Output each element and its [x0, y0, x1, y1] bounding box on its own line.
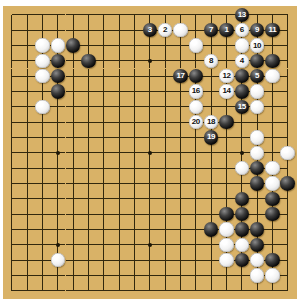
board-intersection[interactable]: [219, 176, 234, 191]
board-intersection[interactable]: [249, 84, 264, 99]
board-intersection[interactable]: [127, 145, 142, 160]
board-intersection[interactable]: [66, 23, 81, 38]
board-intersection[interactable]: [35, 206, 50, 221]
board-intersection[interactable]: [127, 99, 142, 114]
black-stone[interactable]: 9: [250, 23, 265, 38]
board-intersection[interactable]: [157, 176, 172, 191]
board-intersection[interactable]: [157, 84, 172, 99]
white-stone[interactable]: [35, 100, 50, 115]
board-intersection[interactable]: [249, 283, 264, 298]
board-intersection[interactable]: [81, 176, 96, 191]
board-intersection[interactable]: [4, 191, 19, 206]
board-intersection[interactable]: [280, 283, 295, 298]
board-intersection[interactable]: [20, 69, 35, 84]
white-stone[interactable]: [250, 130, 265, 145]
board-intersection[interactable]: [127, 222, 142, 237]
board-intersection[interactable]: [265, 160, 280, 175]
white-stone[interactable]: 14: [219, 84, 234, 99]
board-intersection[interactable]: 14: [219, 84, 234, 99]
board-intersection[interactable]: [203, 222, 218, 237]
black-stone[interactable]: [265, 192, 280, 207]
board-intersection[interactable]: [81, 38, 96, 53]
board-intersection[interactable]: [280, 38, 295, 53]
black-stone[interactable]: [235, 192, 250, 207]
board-intersection[interactable]: [249, 222, 264, 237]
board-intersection[interactable]: [142, 130, 157, 145]
board-intersection[interactable]: [96, 237, 111, 252]
board-intersection[interactable]: [249, 99, 264, 114]
board-intersection[interactable]: [4, 222, 19, 237]
board-intersection[interactable]: [234, 114, 249, 129]
board-intersection[interactable]: [111, 283, 126, 298]
black-stone[interactable]: 3: [143, 23, 158, 38]
board-intersection[interactable]: [280, 160, 295, 175]
board-intersection[interactable]: [111, 23, 126, 38]
white-stone[interactable]: [250, 268, 265, 283]
board-intersection[interactable]: [127, 84, 142, 99]
board-intersection[interactable]: 9: [249, 23, 264, 38]
board-intersection[interactable]: [157, 206, 172, 221]
board-intersection[interactable]: [4, 114, 19, 129]
board-intersection[interactable]: [173, 222, 188, 237]
black-stone[interactable]: [219, 115, 234, 130]
board-intersection[interactable]: [249, 252, 264, 267]
board-intersection[interactable]: [35, 191, 50, 206]
board-intersection[interactable]: [127, 283, 142, 298]
board-intersection[interactable]: [173, 38, 188, 53]
board-intersection[interactable]: [280, 145, 295, 160]
board-intersection[interactable]: [203, 237, 218, 252]
board-intersection[interactable]: [219, 252, 234, 267]
board-intersection[interactable]: [66, 191, 81, 206]
board-intersection[interactable]: [234, 237, 249, 252]
board-intersection[interactable]: [96, 69, 111, 84]
board-intersection[interactable]: [188, 252, 203, 267]
board-intersection[interactable]: [249, 145, 264, 160]
board-intersection[interactable]: [50, 99, 65, 114]
board-intersection[interactable]: [142, 84, 157, 99]
black-stone[interactable]: [265, 253, 280, 268]
board-intersection[interactable]: [127, 7, 142, 22]
board-intersection[interactable]: [66, 145, 81, 160]
board-intersection[interactable]: [4, 268, 19, 283]
board-intersection[interactable]: [20, 176, 35, 191]
black-stone[interactable]: [235, 222, 250, 237]
board-intersection[interactable]: [280, 23, 295, 38]
board-intersection[interactable]: [142, 283, 157, 298]
board-intersection[interactable]: [4, 283, 19, 298]
board-intersection[interactable]: 8: [203, 53, 218, 68]
board-intersection[interactable]: [50, 38, 65, 53]
board-intersection[interactable]: [142, 191, 157, 206]
board-intersection[interactable]: [20, 160, 35, 175]
board-intersection[interactable]: [20, 84, 35, 99]
black-stone[interactable]: 17: [173, 69, 188, 84]
white-stone[interactable]: 8: [204, 54, 219, 69]
board-intersection[interactable]: [81, 237, 96, 252]
board-intersection[interactable]: [142, 237, 157, 252]
board-intersection[interactable]: [203, 145, 218, 160]
white-stone[interactable]: 2: [158, 23, 173, 38]
board-intersection[interactable]: [249, 176, 264, 191]
board-intersection[interactable]: [111, 237, 126, 252]
board-intersection[interactable]: [81, 191, 96, 206]
board-intersection[interactable]: [280, 53, 295, 68]
board-intersection[interactable]: [265, 176, 280, 191]
board-intersection[interactable]: [20, 268, 35, 283]
board-intersection[interactable]: [157, 130, 172, 145]
board-intersection[interactable]: [157, 222, 172, 237]
board-intersection[interactable]: [96, 252, 111, 267]
board-intersection[interactable]: [280, 222, 295, 237]
board-intersection[interactable]: [4, 99, 19, 114]
white-stone[interactable]: 18: [204, 115, 219, 130]
board-intersection[interactable]: [219, 130, 234, 145]
board-intersection[interactable]: 10: [249, 38, 264, 53]
board-intersection[interactable]: [188, 38, 203, 53]
board-intersection[interactable]: [50, 252, 65, 267]
board-intersection[interactable]: [265, 38, 280, 53]
black-stone[interactable]: [250, 238, 265, 253]
board-intersection[interactable]: [265, 206, 280, 221]
board-intersection[interactable]: [157, 7, 172, 22]
black-stone[interactable]: 13: [235, 8, 250, 23]
board-intersection[interactable]: [111, 130, 126, 145]
board-intersection[interactable]: [127, 191, 142, 206]
board-intersection[interactable]: [280, 114, 295, 129]
board-intersection[interactable]: [66, 130, 81, 145]
board-intersection[interactable]: [142, 145, 157, 160]
board-intersection[interactable]: 16: [188, 84, 203, 99]
board-intersection[interactable]: [234, 268, 249, 283]
board-intersection[interactable]: [50, 53, 65, 68]
board-intersection[interactable]: 18: [203, 114, 218, 129]
white-stone[interactable]: [265, 69, 280, 84]
board-intersection[interactable]: [173, 84, 188, 99]
board-intersection[interactable]: [249, 53, 264, 68]
board-intersection[interactable]: [173, 7, 188, 22]
board-intersection[interactable]: [127, 38, 142, 53]
board-intersection[interactable]: [35, 7, 50, 22]
black-stone[interactable]: [250, 176, 265, 191]
board-intersection[interactable]: [249, 130, 264, 145]
board-intersection[interactable]: [219, 206, 234, 221]
board-intersection[interactable]: [249, 160, 264, 175]
board-intersection[interactable]: [127, 23, 142, 38]
board-intersection[interactable]: [111, 252, 126, 267]
board-intersection[interactable]: [127, 53, 142, 68]
board-intersection[interactable]: [111, 53, 126, 68]
board-intersection[interactable]: [203, 176, 218, 191]
board-intersection[interactable]: [35, 283, 50, 298]
board-intersection[interactable]: [4, 176, 19, 191]
black-stone[interactable]: [280, 176, 295, 191]
white-stone[interactable]: [173, 23, 188, 38]
board-intersection[interactable]: [219, 222, 234, 237]
white-stone[interactable]: 4: [235, 54, 250, 69]
board-intersection[interactable]: [4, 160, 19, 175]
board-intersection[interactable]: 5: [249, 69, 264, 84]
board-intersection[interactable]: [50, 222, 65, 237]
board-intersection[interactable]: [81, 160, 96, 175]
board-intersection[interactable]: [203, 206, 218, 221]
board-intersection[interactable]: [249, 237, 264, 252]
board-intersection[interactable]: [219, 53, 234, 68]
board-intersection[interactable]: [234, 84, 249, 99]
board-intersection[interactable]: [280, 69, 295, 84]
board-intersection[interactable]: [188, 53, 203, 68]
board-intersection[interactable]: [127, 176, 142, 191]
board-intersection[interactable]: [4, 145, 19, 160]
board-intersection[interactable]: [188, 268, 203, 283]
board-intersection[interactable]: [96, 283, 111, 298]
board-intersection[interactable]: [265, 130, 280, 145]
board-intersection[interactable]: [66, 160, 81, 175]
board-intersection[interactable]: [111, 38, 126, 53]
white-stone[interactable]: 6: [235, 23, 250, 38]
board-intersection[interactable]: [66, 99, 81, 114]
board-intersection[interactable]: [35, 252, 50, 267]
board-intersection[interactable]: [66, 69, 81, 84]
board-intersection[interactable]: [203, 84, 218, 99]
white-stone[interactable]: [265, 176, 280, 191]
board-intersection[interactable]: [35, 53, 50, 68]
board-intersection[interactable]: [66, 114, 81, 129]
white-stone[interactable]: [35, 38, 50, 53]
board-intersection[interactable]: [203, 38, 218, 53]
board-intersection[interactable]: 2: [157, 23, 172, 38]
black-stone[interactable]: [265, 54, 280, 69]
board-intersection[interactable]: [127, 268, 142, 283]
board-intersection[interactable]: [50, 69, 65, 84]
board-intersection[interactable]: [20, 283, 35, 298]
board-intersection[interactable]: [142, 206, 157, 221]
board-intersection[interactable]: [127, 206, 142, 221]
black-stone[interactable]: 11: [265, 23, 280, 38]
board-intersection[interactable]: [219, 145, 234, 160]
board-intersection[interactable]: [173, 176, 188, 191]
board-intersection[interactable]: [20, 114, 35, 129]
board-intersection[interactable]: [127, 160, 142, 175]
board-intersection[interactable]: [142, 160, 157, 175]
board-intersection[interactable]: [35, 176, 50, 191]
board-intersection[interactable]: [96, 7, 111, 22]
black-stone[interactable]: [235, 84, 250, 99]
board-intersection[interactable]: [81, 84, 96, 99]
board-intersection[interactable]: [96, 130, 111, 145]
board-intersection[interactable]: [157, 160, 172, 175]
board-intersection[interactable]: [234, 191, 249, 206]
board-intersection[interactable]: [111, 206, 126, 221]
board-intersection[interactable]: [81, 130, 96, 145]
black-stone[interactable]: [66, 38, 81, 53]
board-intersection[interactable]: [249, 114, 264, 129]
white-stone[interactable]: [219, 253, 234, 268]
board-intersection[interactable]: [234, 130, 249, 145]
white-stone[interactable]: [265, 161, 280, 176]
board-intersection[interactable]: [111, 176, 126, 191]
board-intersection[interactable]: [142, 222, 157, 237]
black-stone[interactable]: 19: [204, 130, 219, 145]
board-intersection[interactable]: [81, 99, 96, 114]
board-intersection[interactable]: [280, 268, 295, 283]
board-intersection[interactable]: [188, 7, 203, 22]
board-intersection[interactable]: [203, 69, 218, 84]
board-intersection[interactable]: [81, 114, 96, 129]
board-intersection[interactable]: [81, 145, 96, 160]
white-stone[interactable]: [250, 253, 265, 268]
board-intersection[interactable]: [35, 114, 50, 129]
board-intersection[interactable]: [81, 69, 96, 84]
board-intersection[interactable]: [188, 160, 203, 175]
white-stone[interactable]: [35, 54, 50, 69]
black-stone[interactable]: [265, 207, 280, 222]
board-intersection[interactable]: [66, 53, 81, 68]
board-intersection[interactable]: [173, 160, 188, 175]
board-intersection[interactable]: [35, 222, 50, 237]
board-intersection[interactable]: [157, 268, 172, 283]
board-intersection[interactable]: [96, 160, 111, 175]
board-intersection[interactable]: [66, 268, 81, 283]
board-intersection[interactable]: [96, 99, 111, 114]
board-intersection[interactable]: [188, 130, 203, 145]
board-intersection[interactable]: [35, 38, 50, 53]
board-intersection[interactable]: [20, 23, 35, 38]
board-intersection[interactable]: [265, 114, 280, 129]
board-intersection[interactable]: [96, 191, 111, 206]
board-intersection[interactable]: [35, 145, 50, 160]
board-intersection[interactable]: [265, 145, 280, 160]
black-stone[interactable]: [81, 54, 96, 69]
board-intersection[interactable]: [188, 237, 203, 252]
board-intersection[interactable]: [4, 237, 19, 252]
board-intersection[interactable]: [20, 191, 35, 206]
board-intersection[interactable]: [50, 84, 65, 99]
board-intersection[interactable]: [35, 130, 50, 145]
board-intersection[interactable]: [50, 191, 65, 206]
white-stone[interactable]: [250, 146, 265, 161]
board-intersection[interactable]: [173, 206, 188, 221]
board-intersection[interactable]: [188, 206, 203, 221]
board-intersection[interactable]: 15: [234, 99, 249, 114]
board-intersection[interactable]: [157, 69, 172, 84]
board-intersection[interactable]: [96, 145, 111, 160]
board-intersection[interactable]: [280, 130, 295, 145]
board-intersection[interactable]: [20, 237, 35, 252]
board-intersection[interactable]: [81, 53, 96, 68]
board-intersection[interactable]: [81, 23, 96, 38]
board-intersection[interactable]: [111, 84, 126, 99]
board-intersection[interactable]: [173, 130, 188, 145]
board-intersection[interactable]: [4, 84, 19, 99]
board-intersection[interactable]: [20, 7, 35, 22]
black-stone[interactable]: [250, 54, 265, 69]
board-intersection[interactable]: [234, 222, 249, 237]
board-intersection[interactable]: [35, 160, 50, 175]
black-stone[interactable]: [51, 54, 66, 69]
board-intersection[interactable]: [280, 99, 295, 114]
board-intersection[interactable]: [142, 99, 157, 114]
board-intersection[interactable]: [234, 69, 249, 84]
board-intersection[interactable]: [265, 7, 280, 22]
board-intersection[interactable]: [66, 237, 81, 252]
board-intersection[interactable]: [35, 69, 50, 84]
board-intersection[interactable]: 17: [173, 69, 188, 84]
board-intersection[interactable]: [203, 99, 218, 114]
white-stone[interactable]: 12: [219, 69, 234, 84]
black-stone[interactable]: [51, 69, 66, 84]
board-intersection[interactable]: 19: [203, 130, 218, 145]
board-intersection[interactable]: [50, 237, 65, 252]
board-intersection[interactable]: [142, 53, 157, 68]
board-intersection[interactable]: [157, 53, 172, 68]
board-intersection[interactable]: [96, 23, 111, 38]
board-intersection[interactable]: [35, 99, 50, 114]
board-intersection[interactable]: [219, 160, 234, 175]
board-intersection[interactable]: [280, 237, 295, 252]
board-intersection[interactable]: [173, 283, 188, 298]
board-intersection[interactable]: [96, 114, 111, 129]
board-intersection[interactable]: [111, 268, 126, 283]
board-intersection[interactable]: [265, 252, 280, 267]
board-intersection[interactable]: [203, 7, 218, 22]
white-stone[interactable]: [51, 253, 66, 268]
board-intersection[interactable]: [20, 222, 35, 237]
board-intersection[interactable]: [142, 69, 157, 84]
board-intersection[interactable]: [188, 176, 203, 191]
board-intersection[interactable]: [234, 38, 249, 53]
board-intersection[interactable]: [265, 237, 280, 252]
board-intersection[interactable]: [111, 145, 126, 160]
board-intersection[interactable]: [219, 99, 234, 114]
board-intersection[interactable]: [35, 268, 50, 283]
board-intersection[interactable]: [157, 114, 172, 129]
white-stone[interactable]: [219, 222, 234, 237]
board-intersection[interactable]: [203, 268, 218, 283]
black-stone[interactable]: [219, 207, 234, 222]
board-intersection[interactable]: [173, 145, 188, 160]
board-intersection[interactable]: [219, 38, 234, 53]
board-intersection[interactable]: [188, 23, 203, 38]
board-intersection[interactable]: [280, 176, 295, 191]
board-intersection[interactable]: [188, 99, 203, 114]
board-intersection[interactable]: [50, 23, 65, 38]
board-intersection[interactable]: 13: [234, 7, 249, 22]
board-intersection[interactable]: [173, 114, 188, 129]
board-intersection[interactable]: [96, 206, 111, 221]
board-intersection[interactable]: [188, 191, 203, 206]
board-intersection[interactable]: [219, 283, 234, 298]
board-intersection[interactable]: [219, 7, 234, 22]
board-intersection[interactable]: [50, 176, 65, 191]
board-intersection[interactable]: [111, 191, 126, 206]
board-intersection[interactable]: [203, 283, 218, 298]
board-intersection[interactable]: [96, 176, 111, 191]
board-intersection[interactable]: [157, 99, 172, 114]
board-intersection[interactable]: 12: [219, 69, 234, 84]
board-intersection[interactable]: [280, 7, 295, 22]
board-intersection[interactable]: [4, 23, 19, 38]
board-intersection[interactable]: [157, 145, 172, 160]
board-intersection[interactable]: [173, 252, 188, 267]
board-intersection[interactable]: [142, 7, 157, 22]
white-stone[interactable]: [265, 268, 280, 283]
board-intersection[interactable]: [173, 191, 188, 206]
board-intersection[interactable]: 20: [188, 114, 203, 129]
board-intersection[interactable]: [265, 99, 280, 114]
board-intersection[interactable]: [265, 222, 280, 237]
board-intersection[interactable]: [4, 53, 19, 68]
